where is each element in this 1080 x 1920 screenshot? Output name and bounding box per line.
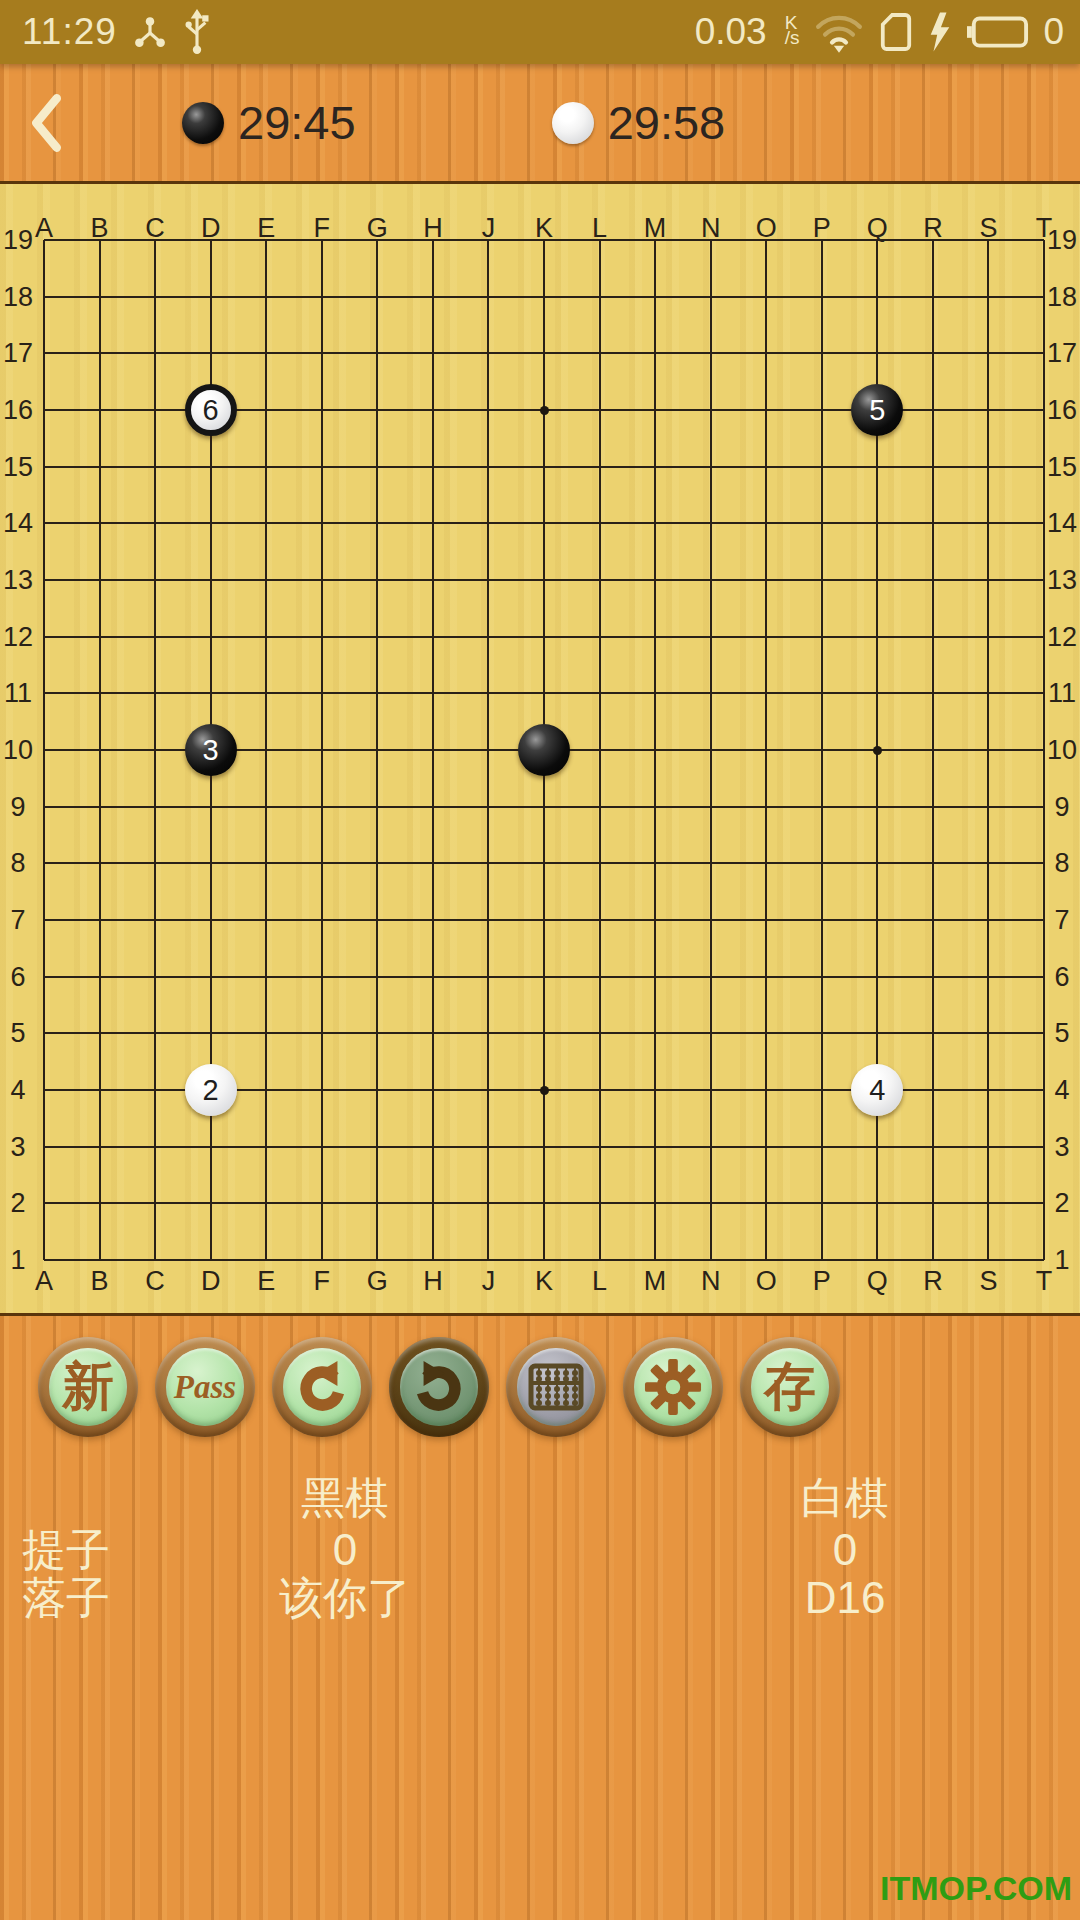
row-label-right: 14 xyxy=(1040,505,1080,541)
data-share-icon xyxy=(133,15,167,49)
game-header: 29:45 29:58 xyxy=(0,64,1080,181)
new-game-button[interactable]: 新 xyxy=(38,1337,138,1437)
star-point xyxy=(873,746,882,755)
row-label-left: 15 xyxy=(0,449,40,485)
row-label-right: 6 xyxy=(1040,959,1080,995)
stone-K10 xyxy=(518,724,570,776)
row-label-left: 9 xyxy=(0,789,40,825)
grid-line-horizontal xyxy=(44,1202,1044,1204)
column-label-bottom: M xyxy=(635,1263,675,1299)
column-label-bottom: F xyxy=(302,1263,342,1299)
column-label-top: P xyxy=(802,210,842,246)
grid-line-horizontal xyxy=(44,1146,1044,1148)
column-label-top: B xyxy=(80,210,120,246)
column-label-top: D xyxy=(191,210,231,246)
column-label-top: L xyxy=(580,210,620,246)
star-point xyxy=(540,1086,549,1095)
captures-label: 提子 xyxy=(22,1524,110,1576)
watermark: ITMOP.COM xyxy=(880,1869,1072,1908)
row-label-right: 18 xyxy=(1040,279,1080,315)
row-label-right: 13 xyxy=(1040,562,1080,598)
row-label-right: 12 xyxy=(1040,619,1080,655)
column-label-top: F xyxy=(302,210,342,246)
grid-line-horizontal xyxy=(44,919,1044,921)
row-label-left: 11 xyxy=(0,675,40,711)
pass-label: Pass xyxy=(174,1369,236,1406)
stone-D4: 2 xyxy=(185,1064,237,1116)
battery-level-text: 0 xyxy=(1043,11,1064,53)
grid-line-vertical xyxy=(599,240,601,1260)
stone-Q16: 5 xyxy=(851,384,903,436)
white-captures: 0 xyxy=(695,1524,995,1576)
column-label-bottom: P xyxy=(802,1263,842,1299)
column-label-top: E xyxy=(246,210,286,246)
row-label-left: 7 xyxy=(0,902,40,938)
grid-line-vertical xyxy=(932,240,934,1260)
stone-D16: 6 xyxy=(185,384,237,436)
redo-button[interactable] xyxy=(389,1337,489,1437)
save-label: 存 xyxy=(764,1352,816,1422)
column-label-top: N xyxy=(691,210,731,246)
row-label-left: 6 xyxy=(0,959,40,995)
row-label-left: 5 xyxy=(0,1015,40,1051)
row-label-left: 10 xyxy=(0,732,40,768)
net-speed-unit: K /s xyxy=(785,15,800,45)
grid-line-horizontal xyxy=(44,862,1044,864)
column-label-top: G xyxy=(357,210,397,246)
gear-icon xyxy=(644,1358,702,1416)
column-label-bottom: H xyxy=(413,1263,453,1299)
count-score-button[interactable] xyxy=(506,1337,606,1437)
row-label-right: 15 xyxy=(1040,449,1080,485)
status-bar-right: 0.03 K /s 0 xyxy=(695,9,1064,55)
row-label-left: 18 xyxy=(0,279,40,315)
grid-line-horizontal xyxy=(44,1259,1044,1261)
column-label-bottom: Q xyxy=(857,1263,897,1299)
wifi-icon xyxy=(813,10,865,54)
column-label-bottom: J xyxy=(468,1263,508,1299)
row-label-right: 17 xyxy=(1040,335,1080,371)
new-game-label: 新 xyxy=(62,1352,114,1422)
column-label-top: J xyxy=(468,210,508,246)
row-label-left: 1 xyxy=(0,1242,40,1278)
column-label-top: S xyxy=(968,210,1008,246)
net-speed-value: 0.03 xyxy=(695,11,767,53)
row-label-right: 10 xyxy=(1040,732,1080,768)
go-board[interactable]: AABBCCDDEEFFGGHHJJKKLLMMNNOOPPQQRRSSTT19… xyxy=(0,181,1080,1316)
row-label-right: 5 xyxy=(1040,1015,1080,1051)
usb-icon xyxy=(183,9,211,55)
settings-button[interactable] xyxy=(623,1337,723,1437)
row-label-left: 3 xyxy=(0,1129,40,1165)
black-clock-stone xyxy=(182,102,224,144)
column-label-bottom: O xyxy=(746,1263,786,1299)
grid-line-vertical xyxy=(765,240,767,1260)
column-label-bottom: D xyxy=(191,1263,231,1299)
column-label-top: C xyxy=(135,210,175,246)
column-label-top: O xyxy=(746,210,786,246)
column-label-bottom: N xyxy=(691,1263,731,1299)
toolbar: 新 Pass xyxy=(0,1337,840,1437)
row-label-left: 19 xyxy=(0,222,40,258)
back-icon[interactable] xyxy=(26,93,66,153)
status-time: 11:29 xyxy=(22,11,117,53)
white-clock-stone xyxy=(552,102,594,144)
row-label-right: 11 xyxy=(1040,675,1080,711)
column-label-top: H xyxy=(413,210,453,246)
row-label-left: 8 xyxy=(0,845,40,881)
column-label-top: R xyxy=(913,210,953,246)
column-label-bottom: L xyxy=(580,1263,620,1299)
row-label-right: 7 xyxy=(1040,902,1080,938)
row-label-right: 4 xyxy=(1040,1072,1080,1108)
grid-line-vertical xyxy=(987,240,989,1260)
status-bar: 11:29 xyxy=(0,0,1080,64)
column-label-bottom: C xyxy=(135,1263,175,1299)
row-label-left: 2 xyxy=(0,1185,40,1221)
grid-line-vertical xyxy=(710,240,712,1260)
stone-D10: 3 xyxy=(185,724,237,776)
column-label-bottom: R xyxy=(913,1263,953,1299)
grid-line-horizontal xyxy=(44,976,1044,978)
row-label-right: 8 xyxy=(1040,845,1080,881)
white-move-status: D16 xyxy=(695,1572,995,1624)
stone-Q4: 4 xyxy=(851,1064,903,1116)
bottom-panel: 新 Pass xyxy=(0,1316,1080,1920)
row-label-left: 12 xyxy=(0,619,40,655)
row-label-right: 16 xyxy=(1040,392,1080,428)
black-clock: 29:45 xyxy=(238,95,356,150)
grid-line-horizontal xyxy=(44,806,1044,808)
battery-icon xyxy=(967,15,1029,49)
row-label-right: 1 xyxy=(1040,1242,1080,1278)
row-label-left: 4 xyxy=(0,1072,40,1108)
column-label-bottom: K xyxy=(524,1263,564,1299)
white-clock: 29:58 xyxy=(608,95,726,150)
save-button[interactable]: 存 xyxy=(740,1337,840,1437)
pass-button[interactable]: Pass xyxy=(155,1337,255,1437)
column-label-bottom: E xyxy=(246,1263,286,1299)
star-point xyxy=(540,406,549,415)
column-label-bottom: G xyxy=(357,1263,397,1299)
column-label-top: K xyxy=(524,210,564,246)
grid-line-horizontal xyxy=(44,1032,1044,1034)
column-label-bottom: S xyxy=(968,1263,1008,1299)
move-label: 落子 xyxy=(22,1572,110,1624)
abacus-icon xyxy=(526,1357,586,1417)
undo-arrow-icon xyxy=(293,1358,351,1416)
black-move-status: 该你了 xyxy=(195,1572,495,1624)
row-label-right: 2 xyxy=(1040,1185,1080,1221)
row-label-left: 17 xyxy=(0,335,40,371)
row-label-left: 16 xyxy=(0,392,40,428)
column-label-top: M xyxy=(635,210,675,246)
black-title: 黑棋 xyxy=(195,1472,495,1524)
grid-line-vertical xyxy=(654,240,656,1260)
white-title: 白棋 xyxy=(695,1472,995,1524)
app-screen: 11:29 xyxy=(0,0,1080,1920)
column-label-top: Q xyxy=(857,210,897,246)
row-label-right: 19 xyxy=(1040,222,1080,258)
redo-arrow-icon xyxy=(410,1358,468,1416)
row-label-left: 13 xyxy=(0,562,40,598)
row-label-right: 3 xyxy=(1040,1129,1080,1165)
charging-bolt-icon xyxy=(927,9,953,55)
grid-line-vertical xyxy=(821,240,823,1260)
row-label-right: 9 xyxy=(1040,789,1080,825)
sim-card-icon xyxy=(879,11,913,53)
column-label-bottom: B xyxy=(80,1263,120,1299)
status-bar-left: 11:29 xyxy=(22,9,211,55)
undo-button[interactable] xyxy=(272,1337,372,1437)
black-captures: 0 xyxy=(195,1524,495,1576)
row-label-left: 14 xyxy=(0,505,40,541)
